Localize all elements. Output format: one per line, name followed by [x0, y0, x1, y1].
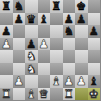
square-g5[interactable] [75, 38, 88, 51]
white-rook: ♜ [1, 88, 11, 100]
square-d1[interactable]: ♛ [38, 88, 51, 101]
square-e1[interactable] [50, 88, 63, 101]
square-c1[interactable]: ♝ [25, 88, 38, 101]
square-f2[interactable]: ♟ [63, 75, 76, 88]
square-c6[interactable] [25, 25, 38, 38]
black-bishop: ♝ [39, 13, 49, 25]
white-bishop: ♝ [26, 88, 36, 100]
square-c2[interactable] [25, 75, 38, 88]
white-bishop: ♝ [51, 75, 61, 87]
square-c7[interactable]: ♛ [25, 13, 38, 26]
black-pawn: ♟ [76, 13, 86, 25]
square-c3[interactable]: ♞ [25, 63, 38, 76]
square-b4[interactable] [13, 50, 26, 63]
white-rook: ♜ [64, 88, 74, 100]
square-d3[interactable] [38, 63, 51, 76]
square-e4[interactable] [50, 50, 63, 63]
square-h7[interactable] [88, 13, 101, 26]
square-e7[interactable] [50, 13, 63, 26]
square-h6[interactable]: ♟ [88, 25, 101, 38]
square-b7[interactable]: ♟ [13, 13, 26, 26]
white-pawn: ♟ [64, 75, 74, 87]
black-rook: ♜ [1, 0, 11, 12]
square-e8[interactable]: ♜ [50, 0, 63, 13]
black-pawn: ♟ [89, 25, 99, 37]
square-f6[interactable]: ♞ [63, 25, 76, 38]
square-a3[interactable] [0, 63, 13, 76]
square-a1[interactable]: ♜ [0, 88, 13, 101]
black-king: ♚ [76, 0, 86, 12]
square-f1[interactable]: ♜ [63, 88, 76, 101]
white-pawn: ♟ [39, 38, 49, 50]
square-e2[interactable]: ♝ [50, 75, 63, 88]
white-king: ♚ [89, 88, 99, 100]
white-pawn: ♟ [76, 75, 86, 87]
square-f8[interactable] [63, 0, 76, 13]
square-d8[interactable] [38, 0, 51, 13]
square-a8[interactable]: ♜ [0, 0, 13, 13]
square-a5[interactable]: ♟ [0, 38, 13, 51]
square-a6[interactable]: ♟ [0, 25, 13, 38]
square-d5[interactable]: ♟ [38, 38, 51, 51]
square-b3[interactable] [13, 63, 26, 76]
white-queen: ♛ [39, 88, 49, 100]
chess-board: ♜♞♜♚♟♛♝♟♟♟♞♟♟♟♟♞♞♟♝♟♟♝♜♝♛♜♚ [0, 0, 100, 100]
square-h3[interactable] [88, 63, 101, 76]
square-h5[interactable] [88, 38, 101, 51]
square-d6[interactable] [38, 25, 51, 38]
white-knight: ♞ [26, 50, 36, 62]
square-g8[interactable]: ♚ [75, 0, 88, 13]
black-pawn: ♟ [14, 13, 24, 25]
square-h8[interactable] [88, 0, 101, 13]
black-bishop: ♝ [89, 75, 99, 87]
black-pawn: ♟ [64, 13, 74, 25]
black-rook: ♜ [51, 0, 61, 12]
square-b6[interactable] [13, 25, 26, 38]
black-pawn: ♟ [26, 38, 36, 50]
square-a7[interactable] [0, 13, 13, 26]
square-b2[interactable]: ♟ [13, 75, 26, 88]
black-queen: ♛ [26, 13, 36, 25]
square-b5[interactable] [13, 38, 26, 51]
square-g3[interactable] [75, 63, 88, 76]
black-knight: ♞ [14, 0, 24, 12]
square-h1[interactable]: ♚ [88, 88, 101, 101]
square-f5[interactable] [63, 38, 76, 51]
square-e3[interactable] [50, 63, 63, 76]
square-c5[interactable]: ♟ [25, 38, 38, 51]
square-a4[interactable] [0, 50, 13, 63]
square-g4[interactable] [75, 50, 88, 63]
square-g7[interactable]: ♟ [75, 13, 88, 26]
square-d7[interactable]: ♝ [38, 13, 51, 26]
square-g2[interactable]: ♟ [75, 75, 88, 88]
black-pawn: ♟ [1, 25, 11, 37]
square-e6[interactable] [50, 25, 63, 38]
square-g6[interactable] [75, 25, 88, 38]
square-d4[interactable] [38, 50, 51, 63]
square-b8[interactable]: ♞ [13, 0, 26, 13]
white-knight: ♞ [26, 63, 36, 75]
square-f4[interactable] [63, 50, 76, 63]
square-d2[interactable] [38, 75, 51, 88]
square-b1[interactable] [13, 88, 26, 101]
square-c4[interactable]: ♞ [25, 50, 38, 63]
square-h2[interactable]: ♝ [88, 75, 101, 88]
square-h4[interactable] [88, 50, 101, 63]
square-f7[interactable]: ♟ [63, 13, 76, 26]
square-a2[interactable] [0, 75, 13, 88]
square-c8[interactable] [25, 0, 38, 13]
square-g1[interactable] [75, 88, 88, 101]
black-knight: ♞ [64, 25, 74, 37]
square-e5[interactable] [50, 38, 63, 51]
white-pawn: ♟ [1, 38, 11, 50]
square-f3[interactable] [63, 63, 76, 76]
white-pawn: ♟ [14, 75, 24, 87]
